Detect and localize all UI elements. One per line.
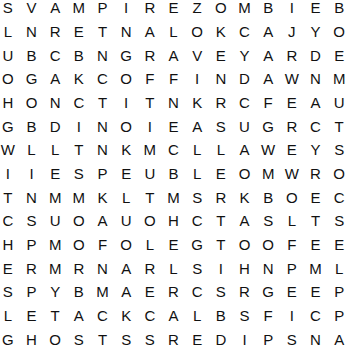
grid-cell[interactable]: L [327,256,348,280]
grid-cell[interactable]: A [91,209,115,233]
grid-cell[interactable]: C [0,209,20,233]
grid-cell[interactable]: R [20,256,44,280]
grid-cell[interactable]: N [304,67,328,91]
grid-cell[interactable]: R [209,185,233,209]
grid-cell[interactable]: A [43,0,67,20]
grid-cell[interactable]: D [233,67,257,91]
grid-cell[interactable]: M [91,280,115,304]
grid-cell[interactable]: W [256,138,280,162]
grid-cell[interactable]: N [20,20,44,44]
grid-cell[interactable]: T [91,20,115,44]
grid-cell[interactable]: T [138,91,162,115]
grid-cell[interactable]: M [138,138,162,162]
grid-cell[interactable]: E [162,0,186,20]
grid-cell[interactable]: G [185,233,209,257]
grid-cell[interactable]: B [256,0,280,20]
grid-cell[interactable]: R [138,0,162,20]
grid-cell[interactable]: A [162,43,186,67]
grid-cell[interactable]: O [43,327,67,347]
grid-cell[interactable]: T [67,138,91,162]
grid-cell[interactable]: J [280,20,304,44]
grid-cell[interactable]: R [280,114,304,138]
grid-cell[interactable]: M [233,0,257,20]
grid-cell[interactable]: W [0,138,20,162]
grid-cell[interactable]: E [67,20,91,44]
grid-cell[interactable]: S [185,185,209,209]
grid-cell[interactable]: M [43,233,67,257]
grid-cell[interactable]: F [138,67,162,91]
grid-cell[interactable]: E [304,233,328,257]
grid-cell[interactable]: N [304,327,328,347]
grid-cell[interactable]: O [209,0,233,20]
grid-cell[interactable]: B [162,162,186,186]
grid-cell[interactable]: B [20,43,44,67]
grid-cell[interactable]: I [20,162,44,186]
grid-cell[interactable]: B [209,304,233,328]
grid-cell[interactable]: O [327,162,348,186]
grid-cell[interactable]: Y [304,138,328,162]
grid-cell[interactable]: F [91,233,115,257]
grid-cell[interactable]: A [67,304,91,328]
grid-cell[interactable]: N [43,91,67,115]
grid-cell[interactable]: S [256,209,280,233]
grid-cell[interactable]: E [209,43,233,67]
grid-cell[interactable]: F [256,304,280,328]
grid-cell[interactable]: C [67,91,91,115]
grid-cell[interactable]: S [280,327,304,347]
grid-cell[interactable]: R [138,43,162,67]
grid-cell[interactable]: U [114,209,138,233]
grid-cell[interactable]: U [138,162,162,186]
grid-cell[interactable]: C [43,43,67,67]
grid-cell[interactable]: K [114,138,138,162]
grid-cell[interactable]: L [0,304,20,328]
grid-cell[interactable]: T [91,91,115,115]
grid-cell[interactable]: B [67,43,91,67]
grid-cell[interactable]: I [138,114,162,138]
grid-cell[interactable]: U [233,114,257,138]
grid-cell[interactable]: H [0,233,20,257]
grid-cell[interactable]: A [327,327,348,347]
grid-cell[interactable]: F [256,91,280,115]
grid-cell[interactable]: S [20,209,44,233]
grid-cell[interactable]: S [327,209,348,233]
grid-cell[interactable]: P [327,304,348,328]
grid-cell[interactable]: P [280,256,304,280]
grid-cell[interactable]: S [67,162,91,186]
grid-cell[interactable]: L [114,185,138,209]
grid-cell[interactable]: E [304,185,328,209]
grid-cell[interactable]: I [185,67,209,91]
grid-cell[interactable]: S [233,304,257,328]
grid-cell[interactable]: M [304,256,328,280]
grid-cell[interactable]: M [43,256,67,280]
grid-cell[interactable]: W [280,162,304,186]
grid-cell[interactable]: F [280,233,304,257]
grid-cell[interactable]: E [280,91,304,115]
grid-cell[interactable]: T [209,233,233,257]
grid-cell[interactable]: G [20,67,44,91]
grid-cell[interactable]: O [233,162,257,186]
grid-cell[interactable]: N [114,20,138,44]
grid-cell[interactable]: E [304,280,328,304]
grid-cell[interactable]: E [0,256,20,280]
grid-cell[interactable]: O [0,67,20,91]
grid-cell[interactable]: L [185,162,209,186]
grid-cell[interactable]: C [138,304,162,328]
grid-cell[interactable]: S [327,138,348,162]
grid-cell[interactable]: D [43,114,67,138]
grid-cell[interactable]: L [20,138,44,162]
grid-cell[interactable]: M [256,162,280,186]
grid-cell[interactable]: N [91,138,115,162]
grid-cell[interactable]: S [114,327,138,347]
grid-cell[interactable]: L [43,138,67,162]
grid-cell[interactable]: S [209,280,233,304]
grid-cell[interactable]: C [162,138,186,162]
grid-cell[interactable]: A [185,114,209,138]
grid-cell[interactable]: I [280,304,304,328]
grid-cell[interactable]: G [256,114,280,138]
grid-cell[interactable]: M [67,185,91,209]
grid-cell[interactable]: H [233,256,257,280]
grid-cell[interactable]: B [20,114,44,138]
grid-cell[interactable]: A [233,209,257,233]
grid-cell[interactable]: E [114,162,138,186]
grid-cell[interactable]: O [20,91,44,115]
grid-cell[interactable]: O [138,209,162,233]
grid-cell[interactable]: R [138,256,162,280]
grid-cell[interactable]: R [162,327,186,347]
grid-cell[interactable]: M [327,67,348,91]
grid-cell[interactable]: C [233,20,257,44]
grid-cell[interactable]: S [209,114,233,138]
grid-cell[interactable]: H [162,209,186,233]
grid-cell[interactable]: F [162,67,186,91]
grid-cell[interactable]: G [0,327,20,347]
grid-cell[interactable]: B [67,280,91,304]
grid-cell[interactable]: C [91,67,115,91]
grid-cell[interactable]: R [43,20,67,44]
grid-cell[interactable]: A [114,280,138,304]
grid-cell[interactable]: R [280,43,304,67]
grid-cell[interactable]: T [138,185,162,209]
grid-cell[interactable]: N [256,256,280,280]
grid-cell[interactable]: E [327,233,348,257]
grid-cell[interactable]: I [233,327,257,347]
grid-cell[interactable]: R [233,280,257,304]
grid-cell[interactable]: G [114,43,138,67]
grid-cell[interactable]: E [43,162,67,186]
grid-cell[interactable]: N [209,67,233,91]
grid-cell[interactable]: O [280,185,304,209]
grid-cell[interactable]: R [67,256,91,280]
grid-cell[interactable]: O [67,233,91,257]
grid-cell[interactable]: E [280,280,304,304]
grid-cell[interactable]: C [304,114,328,138]
grid-cell[interactable]: L [280,209,304,233]
grid-cell[interactable]: U [327,91,348,115]
grid-cell[interactable]: V [185,43,209,67]
grid-cell[interactable]: N [162,91,186,115]
grid-cell[interactable]: C [304,304,328,328]
grid-cell[interactable]: O [114,67,138,91]
grid-cell[interactable]: T [0,185,20,209]
grid-cell[interactable]: L [162,256,186,280]
grid-cell[interactable]: O [327,20,348,44]
grid-cell[interactable]: B [327,0,348,20]
grid-cell[interactable]: L [185,304,209,328]
grid-cell[interactable]: A [162,304,186,328]
grid-cell[interactable]: I [114,91,138,115]
grid-cell[interactable]: K [209,20,233,44]
grid-cell[interactable]: Y [43,280,67,304]
grid-cell[interactable]: K [91,185,115,209]
grid-cell[interactable]: H [0,91,20,115]
grid-cell[interactable]: T [304,209,328,233]
grid-cell[interactable]: D [304,43,328,67]
grid-cell[interactable]: L [209,138,233,162]
grid-cell[interactable]: E [185,327,209,347]
grid-cell[interactable]: P [256,327,280,347]
grid-cell[interactable]: R [304,162,328,186]
grid-cell[interactable]: B [256,185,280,209]
grid-cell[interactable]: P [91,0,115,20]
grid-cell[interactable]: I [114,0,138,20]
grid-cell[interactable]: O [233,233,257,257]
grid-cell[interactable]: T [209,209,233,233]
grid-cell[interactable]: O [185,20,209,44]
grid-cell[interactable]: V [20,0,44,20]
grid-cell[interactable]: U [43,209,67,233]
grid-cell[interactable]: P [20,233,44,257]
grid-cell[interactable]: R [209,91,233,115]
grid-cell[interactable]: A [233,138,257,162]
grid-cell[interactable]: E [304,0,328,20]
grid-cell[interactable]: C [185,280,209,304]
grid-cell[interactable]: L [185,138,209,162]
grid-cell[interactable]: C [327,185,348,209]
grid-cell[interactable]: S [0,280,20,304]
grid-cell[interactable]: N [91,114,115,138]
grid-cell[interactable]: K [114,304,138,328]
grid-cell[interactable]: O [114,114,138,138]
grid-cell[interactable]: D [209,327,233,347]
grid-cell[interactable]: S [185,256,209,280]
grid-cell[interactable]: L [162,20,186,44]
word-search-grid: SVAMPIREZOMBIEBLNRETNALOKCAJYOUBCBNGRAVE… [0,0,348,347]
grid-cell[interactable]: O [67,209,91,233]
grid-cell[interactable]: E [162,114,186,138]
grid-cell[interactable]: E [209,162,233,186]
grid-cell[interactable]: E [138,280,162,304]
grid-cell[interactable]: E [162,233,186,257]
grid-cell[interactable]: Z [185,0,209,20]
grid-cell[interactable]: I [280,0,304,20]
grid-cell[interactable]: A [43,67,67,91]
grid-cell[interactable]: K [233,185,257,209]
grid-cell[interactable]: A [138,20,162,44]
grid-cell[interactable]: N [91,256,115,280]
grid-cell[interactable]: T [327,114,348,138]
grid-cell[interactable]: S [0,0,20,20]
grid-cell[interactable]: A [114,256,138,280]
grid-cell[interactable]: S [138,327,162,347]
grid-cell[interactable]: P [91,162,115,186]
grid-cell[interactable]: A [304,91,328,115]
grid-cell[interactable]: K [67,67,91,91]
grid-cell[interactable]: M [162,185,186,209]
grid-cell[interactable]: N [20,185,44,209]
grid-cell[interactable]: Y [304,20,328,44]
grid-cell[interactable]: H [20,327,44,347]
grid-cell[interactable]: E [20,304,44,328]
word-search-board: SVAMPIREZOMBIEBLNRETNALOKCAJYOUBCBNGRAVE… [0,0,348,343]
grid-cell[interactable]: R [162,280,186,304]
grid-cell[interactable]: I [0,162,20,186]
grid-cell[interactable]: E [280,138,304,162]
grid-cell[interactable]: Y [233,43,257,67]
grid-cell[interactable]: K [185,91,209,115]
grid-cell[interactable]: C [91,304,115,328]
grid-cell[interactable]: I [209,256,233,280]
grid-cell[interactable]: P [327,280,348,304]
grid-cell[interactable]: C [233,91,257,115]
grid-cell[interactable]: N [91,43,115,67]
grid-cell[interactable]: G [0,114,20,138]
grid-cell[interactable]: E [327,43,348,67]
grid-cell[interactable]: O [256,233,280,257]
grid-cell[interactable]: W [280,67,304,91]
grid-cell[interactable]: T [91,327,115,347]
grid-cell[interactable]: A [256,67,280,91]
grid-cell[interactable]: P [20,280,44,304]
grid-cell[interactable]: O [114,233,138,257]
grid-cell[interactable]: A [256,20,280,44]
grid-cell[interactable]: M [43,185,67,209]
grid-cell[interactable]: L [138,233,162,257]
grid-cell[interactable]: A [256,43,280,67]
grid-cell[interactable]: L [0,20,20,44]
grid-cell[interactable]: C [185,209,209,233]
grid-cell[interactable]: S [67,327,91,347]
grid-cell[interactable]: U [0,43,20,67]
grid-cell[interactable]: M [67,0,91,20]
grid-cell[interactable]: T [43,304,67,328]
grid-cell[interactable]: I [67,114,91,138]
grid-cell[interactable]: G [256,280,280,304]
